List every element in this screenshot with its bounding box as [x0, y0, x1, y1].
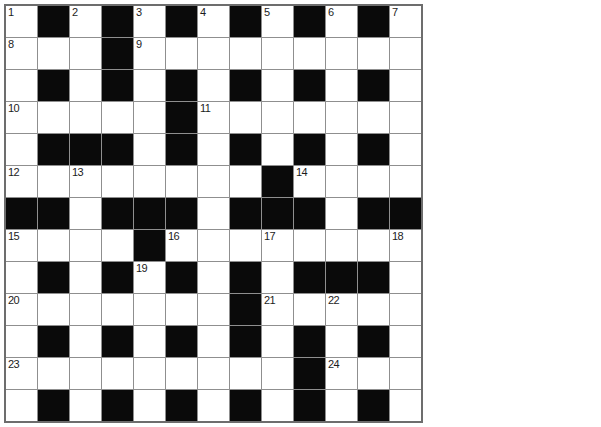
clue-number-12: 12 — [8, 166, 19, 179]
cell-r4c8[interactable] — [262, 134, 293, 165]
cell-r12c10[interactable] — [326, 390, 357, 421]
cell-r9c12[interactable] — [390, 294, 421, 325]
block-cell-r4c3 — [102, 134, 133, 165]
clue-number-2: 2 — [72, 6, 78, 19]
block-cell-r10c1 — [38, 326, 69, 357]
clue-number-17: 17 — [264, 230, 275, 243]
block-cell-r0c7 — [230, 6, 261, 37]
block-cell-r12c3 — [102, 390, 133, 421]
cell-r11c8[interactable] — [262, 358, 293, 389]
block-cell-r6c12 — [390, 198, 421, 229]
block-cell-r12c9 — [294, 390, 325, 421]
cell-r1c10[interactable] — [326, 38, 357, 69]
block-cell-r6c8 — [262, 198, 293, 229]
cell-r10c4[interactable] — [134, 326, 165, 357]
block-cell-r5c8 — [262, 166, 293, 197]
cell-r2c6[interactable] — [198, 70, 229, 101]
cell-r0c2[interactable]: 2 — [70, 6, 101, 37]
cell-r0c0[interactable]: 1 — [6, 6, 37, 37]
block-cell-r4c5 — [166, 134, 197, 165]
clue-number-4: 4 — [200, 6, 206, 19]
clue-number-10: 10 — [8, 102, 19, 115]
cell-r3c4[interactable] — [134, 102, 165, 133]
block-cell-r10c9 — [294, 326, 325, 357]
cell-r6c2[interactable] — [70, 198, 101, 229]
cell-r12c12[interactable] — [390, 390, 421, 421]
cell-r11c1[interactable] — [38, 358, 69, 389]
clue-number-5: 5 — [264, 6, 270, 19]
cell-r2c10[interactable] — [326, 70, 357, 101]
clue-number-3: 3 — [136, 6, 142, 19]
cell-r11c7[interactable] — [230, 358, 261, 389]
cell-r8c4[interactable]: 19 — [134, 262, 165, 293]
cell-r4c12[interactable] — [390, 134, 421, 165]
block-cell-r4c2 — [70, 134, 101, 165]
block-cell-r6c0 — [6, 198, 37, 229]
cell-r10c6[interactable] — [198, 326, 229, 357]
cell-r11c10[interactable]: 24 — [326, 358, 357, 389]
clue-number-21: 21 — [264, 294, 275, 307]
cell-r9c8[interactable]: 21 — [262, 294, 293, 325]
block-cell-r8c3 — [102, 262, 133, 293]
clue-number-7: 7 — [392, 6, 398, 19]
cell-r5c1[interactable] — [38, 166, 69, 197]
block-cell-r10c3 — [102, 326, 133, 357]
cell-r0c4[interactable]: 3 — [134, 6, 165, 37]
block-cell-r6c4 — [134, 198, 165, 229]
cell-r2c4[interactable] — [134, 70, 165, 101]
cell-r4c0[interactable] — [6, 134, 37, 165]
block-cell-r12c7 — [230, 390, 261, 421]
cell-r10c10[interactable] — [326, 326, 357, 357]
cell-r5c0[interactable]: 12 — [6, 166, 37, 197]
block-cell-r4c7 — [230, 134, 261, 165]
block-cell-r8c11 — [358, 262, 389, 293]
clue-number-11: 11 — [200, 102, 210, 115]
cell-r9c9[interactable] — [294, 294, 325, 325]
block-cell-r12c11 — [358, 390, 389, 421]
cell-r3c7[interactable] — [230, 102, 261, 133]
cell-r7c1[interactable] — [38, 230, 69, 261]
cell-r8c0[interactable] — [6, 262, 37, 293]
block-cell-r6c1 — [38, 198, 69, 229]
cell-r0c6[interactable]: 4 — [198, 6, 229, 37]
cell-r2c0[interactable] — [6, 70, 37, 101]
clue-number-23: 23 — [8, 358, 19, 371]
block-cell-r1c3 — [102, 38, 133, 69]
cell-r11c3[interactable] — [102, 358, 133, 389]
cell-r1c1[interactable] — [38, 38, 69, 69]
cell-r3c11[interactable] — [358, 102, 389, 133]
cell-r11c11[interactable] — [358, 358, 389, 389]
cell-r1c5[interactable] — [166, 38, 197, 69]
block-cell-r10c5 — [166, 326, 197, 357]
cell-r9c4[interactable] — [134, 294, 165, 325]
cell-r10c8[interactable] — [262, 326, 293, 357]
cell-r11c6[interactable] — [198, 358, 229, 389]
block-cell-r8c9 — [294, 262, 325, 293]
block-cell-r0c5 — [166, 6, 197, 37]
block-cell-r0c9 — [294, 6, 325, 37]
block-cell-r0c11 — [358, 6, 389, 37]
cell-r1c8[interactable] — [262, 38, 293, 69]
block-cell-r6c3 — [102, 198, 133, 229]
cell-r7c3[interactable] — [102, 230, 133, 261]
block-cell-r8c10 — [326, 262, 357, 293]
cell-r5c2[interactable]: 13 — [70, 166, 101, 197]
cell-r9c6[interactable] — [198, 294, 229, 325]
cell-r3c1[interactable] — [38, 102, 69, 133]
block-cell-r0c1 — [38, 6, 69, 37]
cell-r9c2[interactable] — [70, 294, 101, 325]
cell-r7c6[interactable] — [198, 230, 229, 261]
block-cell-r4c9 — [294, 134, 325, 165]
cell-r11c5[interactable] — [166, 358, 197, 389]
cell-r1c12[interactable] — [390, 38, 421, 69]
cell-r8c8[interactable] — [262, 262, 293, 293]
cell-r8c6[interactable] — [198, 262, 229, 293]
cell-r3c10[interactable] — [326, 102, 357, 133]
block-cell-r0c3 — [102, 6, 133, 37]
cell-r5c11[interactable] — [358, 166, 389, 197]
cell-r6c6[interactable] — [198, 198, 229, 229]
cell-r1c2[interactable] — [70, 38, 101, 69]
cell-r7c10[interactable] — [326, 230, 357, 261]
cell-r7c12[interactable]: 18 — [390, 230, 421, 261]
block-cell-r4c1 — [38, 134, 69, 165]
clue-number-15: 15 — [8, 230, 19, 243]
block-cell-r2c9 — [294, 70, 325, 101]
cell-r10c12[interactable] — [390, 326, 421, 357]
block-cell-r9c7 — [230, 294, 261, 325]
cell-r3c8[interactable] — [262, 102, 293, 133]
block-cell-r10c7 — [230, 326, 261, 357]
cell-r1c6[interactable] — [198, 38, 229, 69]
cell-r1c4[interactable]: 9 — [134, 38, 165, 69]
clue-number-1: 1 — [8, 6, 14, 19]
block-cell-r2c11 — [358, 70, 389, 101]
cell-r5c10[interactable] — [326, 166, 357, 197]
clue-number-16: 16 — [168, 230, 179, 243]
cell-r5c4[interactable] — [134, 166, 165, 197]
cell-r3c3[interactable] — [102, 102, 133, 133]
block-cell-r12c1 — [38, 390, 69, 421]
cell-r12c2[interactable] — [70, 390, 101, 421]
block-cell-r8c1 — [38, 262, 69, 293]
cell-r3c0[interactable]: 10 — [6, 102, 37, 133]
cell-r5c5[interactable] — [166, 166, 197, 197]
cell-r12c8[interactable] — [262, 390, 293, 421]
block-cell-r7c4 — [134, 230, 165, 261]
cell-r9c10[interactable]: 22 — [326, 294, 357, 325]
cell-r0c10[interactable]: 6 — [326, 6, 357, 37]
cell-r4c6[interactable] — [198, 134, 229, 165]
cell-r5c6[interactable] — [198, 166, 229, 197]
block-cell-r2c7 — [230, 70, 261, 101]
clue-number-20: 20 — [8, 294, 19, 307]
cell-r3c2[interactable] — [70, 102, 101, 133]
page: 123456789101112131415161718192021222324 — [0, 0, 601, 427]
cell-r7c11[interactable] — [358, 230, 389, 261]
block-cell-r2c1 — [38, 70, 69, 101]
cell-r2c2[interactable] — [70, 70, 101, 101]
cell-r9c0[interactable]: 20 — [6, 294, 37, 325]
block-cell-r8c5 — [166, 262, 197, 293]
cell-r7c8[interactable]: 17 — [262, 230, 293, 261]
cell-r12c4[interactable] — [134, 390, 165, 421]
cell-r1c9[interactable] — [294, 38, 325, 69]
cell-r11c4[interactable] — [134, 358, 165, 389]
cell-r1c11[interactable] — [358, 38, 389, 69]
cell-r7c7[interactable] — [230, 230, 261, 261]
clue-number-9: 9 — [136, 38, 142, 51]
block-cell-r11c9 — [294, 358, 325, 389]
cell-r9c5[interactable] — [166, 294, 197, 325]
block-cell-r4c11 — [358, 134, 389, 165]
clue-number-24: 24 — [328, 358, 339, 371]
cell-r3c6[interactable]: 11 — [198, 102, 229, 133]
clue-number-19: 19 — [136, 262, 147, 275]
cell-r12c0[interactable] — [6, 390, 37, 421]
cell-r10c2[interactable] — [70, 326, 101, 357]
cell-r2c12[interactable] — [390, 70, 421, 101]
clue-number-13: 13 — [72, 166, 83, 179]
cell-r7c0[interactable]: 15 — [6, 230, 37, 261]
block-cell-r10c11 — [358, 326, 389, 357]
cell-r7c2[interactable] — [70, 230, 101, 261]
cell-r8c12[interactable] — [390, 262, 421, 293]
cell-r6c10[interactable] — [326, 198, 357, 229]
cell-r5c3[interactable] — [102, 166, 133, 197]
block-cell-r6c11 — [358, 198, 389, 229]
cell-r3c9[interactable] — [294, 102, 325, 133]
cell-r3c12[interactable] — [390, 102, 421, 133]
cell-r8c2[interactable] — [70, 262, 101, 293]
cell-r5c9[interactable]: 14 — [294, 166, 325, 197]
cell-r1c0[interactable]: 8 — [6, 38, 37, 69]
clue-number-8: 8 — [8, 38, 14, 51]
cell-r10c0[interactable] — [6, 326, 37, 357]
cell-r7c9[interactable] — [294, 230, 325, 261]
cell-r0c8[interactable]: 5 — [262, 6, 293, 37]
cell-r0c12[interactable]: 7 — [390, 6, 421, 37]
cell-r12c6[interactable] — [198, 390, 229, 421]
block-cell-r6c7 — [230, 198, 261, 229]
cell-r1c7[interactable] — [230, 38, 261, 69]
cell-r7c5[interactable]: 16 — [166, 230, 197, 261]
clue-number-22: 22 — [328, 294, 339, 307]
cell-r9c3[interactable] — [102, 294, 133, 325]
block-cell-r6c5 — [166, 198, 197, 229]
crossword-grid: 123456789101112131415161718192021222324 — [4, 4, 423, 423]
cell-r11c2[interactable] — [70, 358, 101, 389]
block-cell-r2c3 — [102, 70, 133, 101]
block-cell-r3c5 — [166, 102, 197, 133]
block-cell-r12c5 — [166, 390, 197, 421]
block-cell-r8c7 — [230, 262, 261, 293]
cell-r5c7[interactable] — [230, 166, 261, 197]
clue-number-6: 6 — [328, 6, 334, 19]
cell-r11c0[interactable]: 23 — [6, 358, 37, 389]
cell-r2c8[interactable] — [262, 70, 293, 101]
cell-r11c12[interactable] — [390, 358, 421, 389]
clue-number-14: 14 — [296, 166, 307, 179]
block-cell-r2c5 — [166, 70, 197, 101]
cell-r4c4[interactable] — [134, 134, 165, 165]
clue-number-18: 18 — [392, 230, 403, 243]
block-cell-r6c9 — [294, 198, 325, 229]
cell-r5c12[interactable] — [390, 166, 421, 197]
cell-r9c11[interactable] — [358, 294, 389, 325]
cell-r9c1[interactable] — [38, 294, 69, 325]
cell-r4c10[interactable] — [326, 134, 357, 165]
